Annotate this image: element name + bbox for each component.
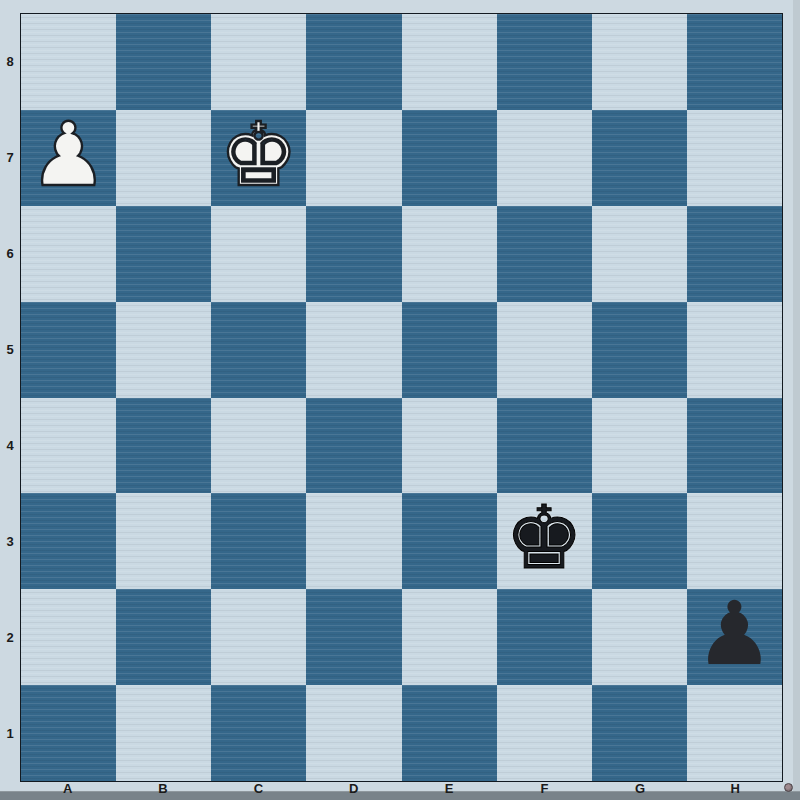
file-label-a: A [20,782,115,795]
square-f4[interactable] [497,398,592,494]
square-f1[interactable] [497,685,592,781]
square-b4[interactable] [116,398,211,494]
square-g1[interactable] [592,685,687,781]
square-d8[interactable] [306,14,401,110]
rank-label-5: 5 [0,301,20,397]
square-c4[interactable] [211,398,306,494]
square-d1[interactable] [306,685,401,781]
square-a7[interactable]: ♟ [21,110,116,206]
square-g8[interactable] [592,14,687,110]
window-right-edge [793,0,800,800]
square-e3[interactable] [402,493,497,589]
square-a6[interactable] [21,206,116,302]
square-f8[interactable] [497,14,592,110]
square-c3[interactable] [211,493,306,589]
file-label-h: H [688,782,783,795]
rank-label-6: 6 [0,205,20,301]
square-g2[interactable] [592,589,687,685]
square-e1[interactable] [402,685,497,781]
square-e4[interactable] [402,398,497,494]
square-g4[interactable] [592,398,687,494]
square-f6[interactable] [497,206,592,302]
square-e6[interactable] [402,206,497,302]
square-c5[interactable] [211,302,306,398]
square-d7[interactable] [306,110,401,206]
square-b5[interactable] [116,302,211,398]
square-a8[interactable] [21,14,116,110]
black-pawn[interactable]: ♟ [695,590,774,678]
square-h5[interactable] [687,302,782,398]
square-g6[interactable] [592,206,687,302]
square-a3[interactable] [21,493,116,589]
square-c8[interactable] [211,14,306,110]
rank-label-1: 1 [0,686,20,782]
square-d6[interactable] [306,206,401,302]
square-f5[interactable] [497,302,592,398]
square-d4[interactable] [306,398,401,494]
square-h7[interactable] [687,110,782,206]
rank-labels: 87654321 [0,13,20,782]
square-a2[interactable] [21,589,116,685]
square-b1[interactable] [116,685,211,781]
rank-label-2: 2 [0,590,20,686]
rank-label-8: 8 [0,13,20,109]
file-label-b: B [115,782,210,795]
square-f2[interactable] [497,589,592,685]
square-h6[interactable] [687,206,782,302]
file-labels: ABCDEFGH [20,782,783,795]
square-b8[interactable] [116,14,211,110]
square-f3[interactable]: ♚ [497,493,592,589]
square-h3[interactable] [687,493,782,589]
rank-label-7: 7 [0,109,20,205]
square-h4[interactable] [687,398,782,494]
square-b3[interactable] [116,493,211,589]
square-g5[interactable] [592,302,687,398]
square-a5[interactable] [21,302,116,398]
square-h2[interactable]: ♟ [687,589,782,685]
square-h8[interactable] [687,14,782,110]
square-a1[interactable] [21,685,116,781]
square-c7[interactable]: ♚ [211,110,306,206]
file-label-e: E [402,782,497,795]
chess-board[interactable]: ♟♚♚♟ [20,13,783,782]
square-d3[interactable] [306,493,401,589]
rank-label-3: 3 [0,494,20,590]
file-label-d: D [306,782,401,795]
square-b2[interactable] [116,589,211,685]
resize-grip-icon [784,783,793,792]
square-g3[interactable] [592,493,687,589]
square-e2[interactable] [402,589,497,685]
square-g7[interactable] [592,110,687,206]
square-d5[interactable] [306,302,401,398]
square-d2[interactable] [306,589,401,685]
square-e8[interactable] [402,14,497,110]
square-c2[interactable] [211,589,306,685]
black-king[interactable]: ♚ [505,494,584,582]
square-e7[interactable] [402,110,497,206]
file-label-c: C [211,782,306,795]
file-label-f: F [497,782,592,795]
white-pawn[interactable]: ♟ [29,111,108,199]
file-label-g: G [592,782,687,795]
white-king[interactable]: ♚ [219,111,298,199]
square-b7[interactable] [116,110,211,206]
square-c1[interactable] [211,685,306,781]
square-f7[interactable] [497,110,592,206]
square-b6[interactable] [116,206,211,302]
square-a4[interactable] [21,398,116,494]
square-e5[interactable] [402,302,497,398]
rank-label-4: 4 [0,398,20,494]
square-c6[interactable] [211,206,306,302]
square-h1[interactable] [687,685,782,781]
